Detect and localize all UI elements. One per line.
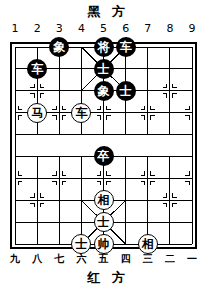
position-mark [173,84,177,88]
piece-black-chariot-r1c6[interactable]: 车 [116,37,136,57]
file-number-bottom-7: 三 [143,253,153,265]
position-mark [141,171,145,175]
position-mark [173,94,177,98]
piece-red-elephant-r10c7[interactable]: 相 [138,234,158,254]
position-mark [97,106,101,110]
position-mark [151,116,155,120]
file-number-top-6: 6 [122,23,129,35]
file-number-bottom-5: 五 [99,253,109,265]
xiangqi-diagram: 黑 方 123456789 象将车车士象士马车卒相士士帅相 九八七六五四三二一 … [0,0,212,290]
file-number-top-1: 1 [12,23,19,35]
file-number-top-3: 3 [56,23,63,35]
piece-black-advisor-r2c5[interactable]: 士 [94,59,114,79]
position-mark [18,106,22,110]
position-mark [62,171,66,175]
position-mark [185,171,189,175]
position-mark [107,116,111,120]
position-mark [107,181,111,185]
position-mark [97,181,101,185]
file-number-top-9: 9 [189,23,196,35]
file-number-bottom-9: 一 [187,253,197,265]
file-number-top-4: 4 [78,23,85,35]
piece-black-elephant-r3c5[interactable]: 象 [94,81,114,101]
position-mark [30,84,34,88]
position-mark [151,106,155,110]
file-number-bottom-4: 六 [76,253,86,265]
position-mark [52,181,56,185]
position-mark [18,116,22,120]
position-mark [163,84,167,88]
position-mark [62,106,66,110]
position-mark [185,181,189,185]
position-mark [52,116,56,120]
position-mark [173,203,177,207]
position-mark [107,171,111,175]
position-mark [151,181,155,185]
file-number-top-5: 5 [100,23,107,35]
position-mark [40,94,44,98]
position-mark [141,181,145,185]
position-mark [62,181,66,185]
position-mark [62,116,66,120]
position-mark [97,116,101,120]
piece-red-elephant-r8c5[interactable]: 相 [94,190,114,210]
red-side-label: 红 方 [0,269,212,287]
piece-black-chariot-r2c2[interactable]: 车 [27,59,47,79]
file-number-bottom-2: 八 [32,253,42,265]
position-mark [18,171,22,175]
piece-black-advisor-r3c6[interactable]: 士 [116,81,136,101]
position-mark [163,94,167,98]
position-mark [52,171,56,175]
file-number-top-2: 2 [34,23,41,35]
file-number-top-7: 7 [144,23,151,35]
position-mark [163,203,167,207]
position-mark [30,94,34,98]
position-mark [185,106,189,110]
file-number-bottom-8: 二 [165,253,175,265]
position-mark [141,116,145,120]
position-mark [40,84,44,88]
position-mark [107,106,111,110]
position-mark [40,193,44,197]
position-mark [30,203,34,207]
position-mark [173,193,177,197]
file-number-bottom-1: 九 [10,253,20,265]
piece-red-general-r10c5[interactable]: 帅 [94,234,114,254]
position-mark [40,203,44,207]
position-mark [18,181,22,185]
piece-red-advisor-r9c5[interactable]: 士 [94,212,114,232]
xiangqi-board[interactable]: 象将车车士象士马车卒相士士帅相 [9,41,203,255]
position-mark [185,116,189,120]
file-number-bottom-6: 四 [121,253,131,265]
file-number-bottom-3: 七 [54,253,64,265]
position-mark [30,193,34,197]
piece-black-general-r1c5[interactable]: 将 [94,37,114,57]
position-mark [151,171,155,175]
piece-red-horse-r4c2[interactable]: 马 [27,103,47,123]
position-mark [52,106,56,110]
bottom-file-numbers: 九八七六五四三二一 [0,253,212,265]
top-file-numbers: 123456789 [0,23,212,35]
position-mark [141,106,145,110]
position-mark [97,171,101,175]
piece-black-soldier-r6c5[interactable]: 卒 [94,146,114,166]
piece-red-chariot-r4c4[interactable]: 车 [71,103,91,123]
file-number-top-8: 8 [166,23,173,35]
black-side-label: 黑 方 [0,3,212,21]
position-mark [163,193,167,197]
